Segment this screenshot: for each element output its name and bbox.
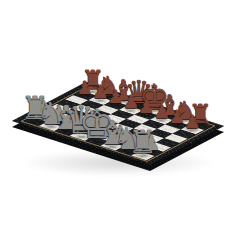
piece-copper-pawn-f7[interactable]: ♟	[153, 103, 169, 121]
piece-copper-pawn-a7[interactable]: ♟	[77, 79, 93, 97]
piece-copper-pawn-h7[interactable]: ♟	[184, 113, 200, 131]
piece-copper-pawn-d7[interactable]: ♟	[123, 94, 139, 112]
piece-copper-pawn-e7[interactable]: ♟	[138, 99, 154, 117]
chess-set-photo: ♜♞♝♛♚♝♞♜♟♟♟♟♟♟♟♟♟♟♟♟♟♟♟♟♜♞♝♛♚♝♞♜	[0, 0, 240, 240]
piece-copper-pawn-g7[interactable]: ♟	[169, 108, 185, 126]
piece-silver-rook-h1[interactable]: ♜	[129, 127, 158, 159]
pieces-layer: ♜♞♝♛♚♝♞♜♟♟♟♟♟♟♟♟♟♟♟♟♟♟♟♟♜♞♝♛♚♝♞♜	[0, 0, 240, 240]
